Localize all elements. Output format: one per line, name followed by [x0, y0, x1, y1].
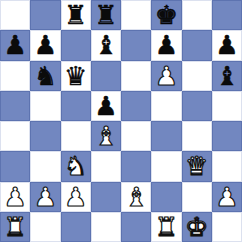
square-f1[interactable]: ♜ [151, 212, 181, 242]
piece-white-rook[interactable]: ♜ [3, 212, 26, 242]
square-e4[interactable] [121, 121, 151, 151]
square-g4[interactable] [182, 121, 212, 151]
square-g2[interactable] [182, 182, 212, 212]
piece-white-knight[interactable]: ♞ [64, 151, 87, 181]
square-f3[interactable] [151, 151, 181, 181]
square-e7[interactable] [121, 30, 151, 60]
square-a7[interactable]: ♟ [0, 30, 30, 60]
square-e6[interactable] [121, 61, 151, 91]
square-g5[interactable] [182, 91, 212, 121]
square-d5[interactable]: ♟ [91, 91, 121, 121]
piece-black-pawn[interactable]: ♟ [94, 91, 117, 121]
square-h8[interactable] [212, 0, 242, 30]
square-d8[interactable]: ♜ [91, 0, 121, 30]
square-g8[interactable] [182, 0, 212, 30]
square-a5[interactable] [0, 91, 30, 121]
piece-black-queen[interactable]: ♛ [64, 61, 87, 91]
square-e8[interactable] [121, 0, 151, 30]
square-b3[interactable] [30, 151, 60, 181]
piece-black-pawn[interactable]: ♟ [3, 30, 26, 60]
square-b8[interactable] [30, 0, 60, 30]
square-b6[interactable]: ♞ [30, 61, 60, 91]
square-h7[interactable]: ♟ [212, 30, 242, 60]
square-h6[interactable]: ♝ [212, 61, 242, 91]
piece-black-bishop[interactable]: ♝ [215, 61, 238, 91]
square-a4[interactable] [0, 121, 30, 151]
square-g6[interactable] [182, 61, 212, 91]
square-d3[interactable] [91, 151, 121, 181]
square-a3[interactable] [0, 151, 30, 181]
square-f2[interactable] [151, 182, 181, 212]
piece-white-pawn[interactable]: ♟ [155, 61, 178, 91]
square-b1[interactable] [30, 212, 60, 242]
piece-black-pawn[interactable]: ♟ [34, 30, 57, 60]
square-e1[interactable] [121, 212, 151, 242]
piece-white-bishop[interactable]: ♝ [94, 121, 117, 151]
square-c3[interactable]: ♞ [61, 151, 91, 181]
square-f5[interactable] [151, 91, 181, 121]
piece-black-rook[interactable]: ♜ [94, 0, 117, 30]
piece-black-king[interactable]: ♚ [155, 0, 178, 30]
square-a1[interactable]: ♜ [0, 212, 30, 242]
square-c4[interactable] [61, 121, 91, 151]
square-f4[interactable] [151, 121, 181, 151]
piece-white-king[interactable]: ♚ [185, 212, 208, 242]
piece-black-bishop[interactable]: ♝ [94, 30, 117, 60]
square-d2[interactable] [91, 182, 121, 212]
square-d4[interactable]: ♝ [91, 121, 121, 151]
piece-black-rook[interactable]: ♜ [64, 0, 87, 30]
square-a2[interactable]: ♟ [0, 182, 30, 212]
square-f7[interactable]: ♟ [151, 30, 181, 60]
square-c2[interactable]: ♟ [61, 182, 91, 212]
square-e5[interactable] [121, 91, 151, 121]
square-f8[interactable]: ♚ [151, 0, 181, 30]
square-c8[interactable]: ♜ [61, 0, 91, 30]
square-h4[interactable] [212, 121, 242, 151]
piece-black-knight[interactable]: ♞ [34, 61, 57, 91]
square-a6[interactable] [0, 61, 30, 91]
square-e2[interactable]: ♝ [121, 182, 151, 212]
square-c1[interactable] [61, 212, 91, 242]
square-g1[interactable]: ♚ [182, 212, 212, 242]
piece-black-pawn[interactable]: ♟ [155, 30, 178, 60]
piece-white-rook[interactable]: ♜ [155, 212, 178, 242]
square-h2[interactable]: ♟ [212, 182, 242, 212]
square-b7[interactable]: ♟ [30, 30, 60, 60]
square-c5[interactable] [61, 91, 91, 121]
chess-board: ♜♜♚♟♟♝♟♟♞♛♟♝♟♝♞♛♟♟♟♝♟♜♜♚ [0, 0, 242, 242]
piece-white-pawn[interactable]: ♟ [3, 182, 26, 212]
piece-black-pawn[interactable]: ♟ [215, 30, 238, 60]
square-d1[interactable] [91, 212, 121, 242]
square-c7[interactable] [61, 30, 91, 60]
square-a8[interactable] [0, 0, 30, 30]
square-b4[interactable] [30, 121, 60, 151]
square-b5[interactable] [30, 91, 60, 121]
square-f6[interactable]: ♟ [151, 61, 181, 91]
piece-white-pawn[interactable]: ♟ [215, 182, 238, 212]
piece-white-bishop[interactable]: ♝ [124, 182, 147, 212]
square-d7[interactable]: ♝ [91, 30, 121, 60]
square-c6[interactable]: ♛ [61, 61, 91, 91]
square-g7[interactable] [182, 30, 212, 60]
square-h1[interactable] [212, 212, 242, 242]
square-d6[interactable] [91, 61, 121, 91]
square-g3[interactable]: ♛ [182, 151, 212, 181]
piece-white-queen[interactable]: ♛ [185, 151, 208, 181]
square-h5[interactable] [212, 91, 242, 121]
square-h3[interactable] [212, 151, 242, 181]
square-b2[interactable]: ♟ [30, 182, 60, 212]
piece-white-pawn[interactable]: ♟ [34, 182, 57, 212]
square-e3[interactable] [121, 151, 151, 181]
piece-white-pawn[interactable]: ♟ [64, 182, 87, 212]
